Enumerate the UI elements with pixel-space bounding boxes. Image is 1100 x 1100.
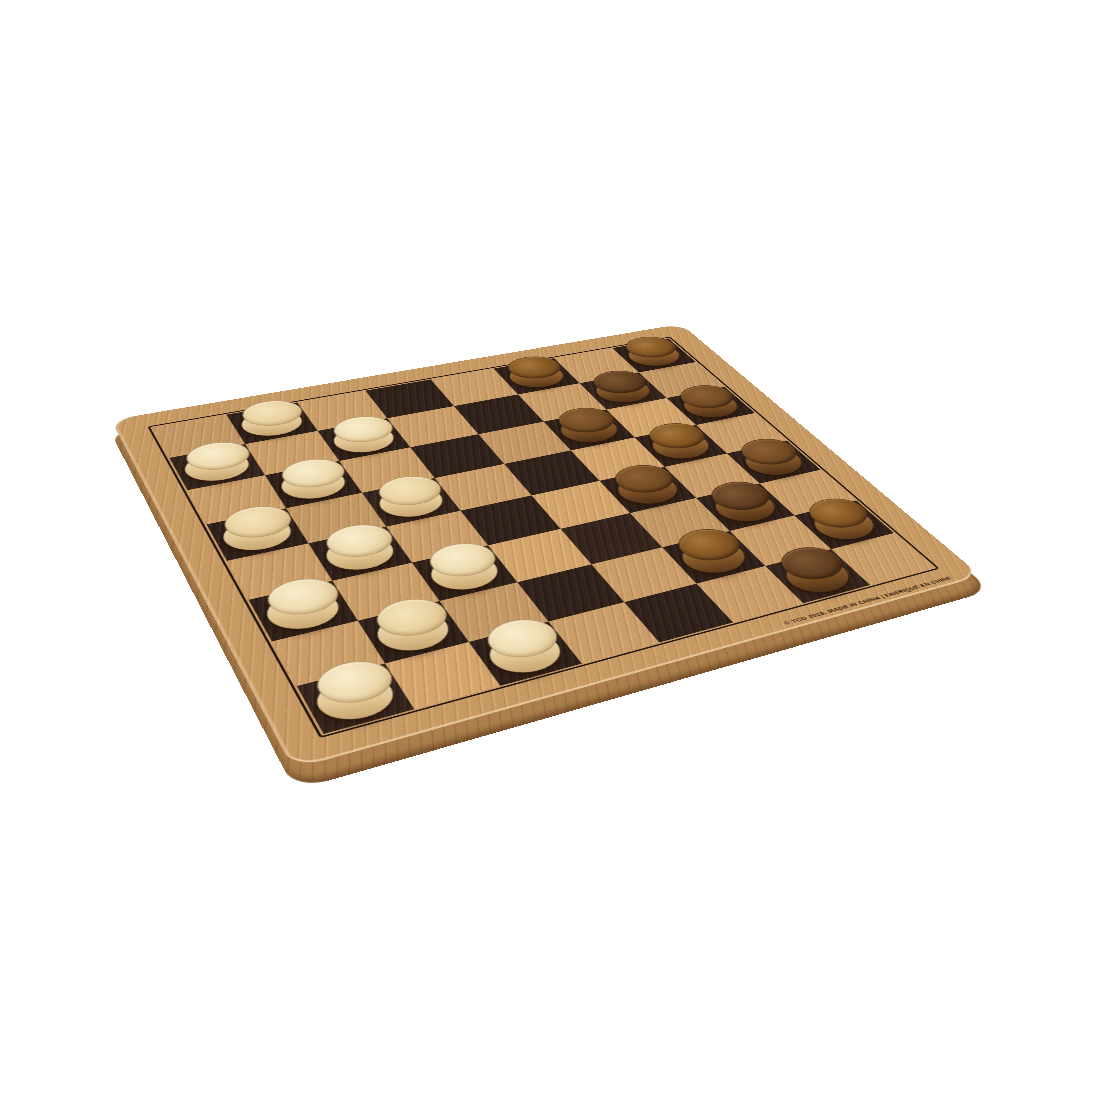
piece-dark-6-g4[interactable] [643,429,718,463]
piece-light-9-a6[interactable] [259,586,347,635]
piece-light-2-c2[interactable] [327,422,402,457]
piece-light-8-c6[interactable] [422,550,507,595]
piece-light-7-b5[interactable] [318,532,402,576]
piece-light-3-a2[interactable] [179,448,256,485]
piece-dark-2-f1[interactable] [502,361,571,390]
piece-light-10-b7[interactable] [368,607,458,657]
piece-dark-11-f7[interactable] [672,536,755,579]
piece-dark-5-f3[interactable] [552,413,626,446]
piece-light-4-b3[interactable] [274,465,352,503]
piece-dark-9-g6[interactable] [706,488,785,526]
piece-dark-8-f5[interactable] [609,471,687,508]
piece-dark-3-g2[interactable] [588,376,658,406]
piece-dark-1-h1[interactable] [620,342,687,369]
piece-light-6-a4[interactable] [216,513,298,556]
piece-light-1-b1[interactable] [235,406,309,440]
piece-light-5-c4[interactable] [371,482,451,521]
product-photo: © TCG 2018. MADE IN CHINA | FABRIQUÉ EN … [0,0,1100,1100]
checkers-board: © TCG 2018. MADE IN CHINA | FABRIQUÉ EN … [111,324,981,769]
